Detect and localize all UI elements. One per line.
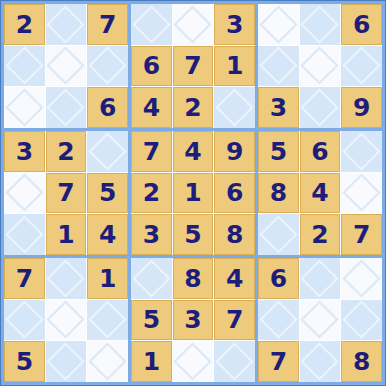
cell-r2c4: 6 <box>131 46 172 87</box>
diamond-icon <box>259 216 297 254</box>
cell-value: 7 <box>226 307 243 332</box>
diamond-icon <box>5 216 43 254</box>
cell-r5c6: 6 <box>214 173 255 214</box>
cell-value: 4 <box>99 222 116 247</box>
cell-value: 4 <box>143 95 160 120</box>
cell-r9c3[interactable] <box>87 341 128 382</box>
cell-r4c8: 6 <box>300 131 341 172</box>
diamond-icon <box>5 89 43 127</box>
diamond-icon <box>89 132 127 170</box>
cell-r3c5: 2 <box>173 87 214 128</box>
cell-r3c3: 6 <box>87 87 128 128</box>
cell-r8c4: 5 <box>131 300 172 341</box>
cell-r7c3: 1 <box>87 258 128 299</box>
cell-value: 5 <box>143 307 160 332</box>
cell-value: 2 <box>184 95 201 120</box>
diamond-icon <box>89 47 127 85</box>
cell-r1c3: 7 <box>87 4 128 45</box>
cell-r9c2[interactable] <box>46 341 87 382</box>
cell-value: 5 <box>184 222 201 247</box>
diamond-icon <box>301 89 339 127</box>
diamond-icon <box>47 343 85 381</box>
cell-value: 6 <box>311 139 328 164</box>
cell-value: 4 <box>311 180 328 205</box>
cell-r8c7[interactable] <box>258 300 299 341</box>
cell-value: 9 <box>226 139 243 164</box>
cell-r5c2: 7 <box>46 173 87 214</box>
sudoku-board: 2763671426393275147492163585684277158453… <box>0 0 386 386</box>
diamond-icon <box>343 259 381 297</box>
cell-r1c4[interactable] <box>131 4 172 45</box>
cell-r3c1[interactable] <box>4 87 45 128</box>
diamond-icon <box>132 5 170 43</box>
cell-r3c2[interactable] <box>46 87 87 128</box>
cell-value: 7 <box>353 222 370 247</box>
cell-r4c6: 9 <box>214 131 255 172</box>
cell-r3c4: 4 <box>131 87 172 128</box>
cell-r5c9[interactable] <box>341 173 382 214</box>
cell-r3c6[interactable] <box>214 87 255 128</box>
diamond-icon <box>343 174 381 212</box>
cell-value: 7 <box>184 53 201 78</box>
cell-r3c8[interactable] <box>300 87 341 128</box>
cell-r1c1: 2 <box>4 4 45 45</box>
cell-r1c2[interactable] <box>46 4 87 45</box>
diamond-icon <box>5 174 43 212</box>
cell-r9c7: 7 <box>258 341 299 382</box>
cell-r6c1[interactable] <box>4 214 45 255</box>
cell-value: 3 <box>226 12 243 37</box>
cell-r1c6: 3 <box>214 4 255 45</box>
diamond-icon <box>301 5 339 43</box>
cell-value: 5 <box>270 139 287 164</box>
cell-r5c4: 2 <box>131 173 172 214</box>
diamond-icon <box>5 301 43 339</box>
cell-value: 7 <box>143 139 160 164</box>
cell-value: 9 <box>353 95 370 120</box>
cell-r6c5: 5 <box>173 214 214 255</box>
cell-r2c8[interactable] <box>300 46 341 87</box>
diamond-icon <box>89 301 127 339</box>
cell-value: 8 <box>184 266 201 291</box>
cell-r7c6: 4 <box>214 258 255 299</box>
cell-value: 8 <box>226 222 243 247</box>
diamond-icon <box>47 259 85 297</box>
cell-value: 2 <box>143 180 160 205</box>
cell-r5c1[interactable] <box>4 173 45 214</box>
cell-r8c5: 3 <box>173 300 214 341</box>
diamond-icon <box>174 5 212 43</box>
cell-r4c7: 5 <box>258 131 299 172</box>
box-2-2: 749216358 <box>131 131 255 255</box>
cell-r7c1: 7 <box>4 258 45 299</box>
cell-r2c2[interactable] <box>46 46 87 87</box>
cell-r6c8: 2 <box>300 214 341 255</box>
cell-value: 8 <box>270 180 287 205</box>
cell-r6c2: 1 <box>46 214 87 255</box>
box-1-3: 639 <box>258 4 382 128</box>
cell-r7c7: 6 <box>258 258 299 299</box>
cell-value: 6 <box>353 12 370 37</box>
cell-value: 3 <box>143 222 160 247</box>
cell-r8c6: 7 <box>214 300 255 341</box>
diamond-icon <box>343 301 381 339</box>
cell-value: 7 <box>16 266 33 291</box>
diamond-icon <box>216 343 254 381</box>
cell-r9c4: 1 <box>131 341 172 382</box>
cell-value: 7 <box>270 349 287 374</box>
cell-r1c8[interactable] <box>300 4 341 45</box>
diamond-icon <box>47 89 85 127</box>
cell-value: 1 <box>226 53 243 78</box>
cell-r9c8[interactable] <box>300 341 341 382</box>
cell-value: 3 <box>184 307 201 332</box>
cell-r1c7[interactable] <box>258 4 299 45</box>
cell-r4c4: 7 <box>131 131 172 172</box>
diamond-icon <box>343 132 381 170</box>
cell-r6c7[interactable] <box>258 214 299 255</box>
cell-r7c5: 8 <box>173 258 214 299</box>
cell-r8c1[interactable] <box>4 300 45 341</box>
cell-r4c5: 4 <box>173 131 214 172</box>
cell-r9c5[interactable] <box>173 341 214 382</box>
box-2-3: 568427 <box>258 131 382 255</box>
cell-value: 6 <box>226 180 243 205</box>
box-3-2: 845371 <box>131 258 255 382</box>
diamond-icon <box>47 47 85 85</box>
cell-r2c7[interactable] <box>258 46 299 87</box>
cell-r8c2[interactable] <box>46 300 87 341</box>
cell-r6c3: 4 <box>87 214 128 255</box>
cell-r5c7: 8 <box>258 173 299 214</box>
cell-r7c8[interactable] <box>300 258 341 299</box>
cell-r6c4: 3 <box>131 214 172 255</box>
cell-value: 1 <box>143 349 160 374</box>
diamond-icon <box>301 301 339 339</box>
diamond-icon <box>47 5 85 43</box>
cell-r3c9: 9 <box>341 87 382 128</box>
diamond-icon <box>301 47 339 85</box>
cell-value: 6 <box>99 95 116 120</box>
cell-value: 2 <box>311 222 328 247</box>
box-3-3: 678 <box>258 258 382 382</box>
cell-r2c3[interactable] <box>87 46 128 87</box>
cell-r3c7: 3 <box>258 87 299 128</box>
box-2-1: 327514 <box>4 131 128 255</box>
cell-value: 1 <box>184 180 201 205</box>
diamond-icon <box>301 259 339 297</box>
cell-value: 1 <box>57 222 74 247</box>
cell-r1c5[interactable] <box>173 4 214 45</box>
cell-r4c9[interactable] <box>341 131 382 172</box>
cell-r7c2[interactable] <box>46 258 87 299</box>
diamond-icon <box>216 89 254 127</box>
diamond-icon <box>259 5 297 43</box>
cell-r6c9: 7 <box>341 214 382 255</box>
cell-r2c6: 1 <box>214 46 255 87</box>
cell-r2c9[interactable] <box>341 46 382 87</box>
cell-value: 4 <box>184 139 201 164</box>
box-1-2: 367142 <box>131 4 255 128</box>
cell-r7c9[interactable] <box>341 258 382 299</box>
cell-r8c9[interactable] <box>341 300 382 341</box>
cell-value: 2 <box>57 139 74 164</box>
box-1-1: 276 <box>4 4 128 128</box>
cell-r9c6[interactable] <box>214 341 255 382</box>
cell-r8c3[interactable] <box>87 300 128 341</box>
cell-r2c5: 7 <box>173 46 214 87</box>
cell-value: 2 <box>16 12 33 37</box>
cell-r9c9: 8 <box>341 341 382 382</box>
cell-value: 5 <box>99 180 116 205</box>
cell-r9c1: 5 <box>4 341 45 382</box>
cell-r4c3[interactable] <box>87 131 128 172</box>
cell-r4c2: 2 <box>46 131 87 172</box>
diamond-icon <box>301 343 339 381</box>
diamond-icon <box>259 47 297 85</box>
cell-r7c4[interactable] <box>131 258 172 299</box>
cell-r2c1[interactable] <box>4 46 45 87</box>
cell-r6c6: 8 <box>214 214 255 255</box>
cell-value: 1 <box>99 266 116 291</box>
diamond-icon <box>343 47 381 85</box>
cell-value: 6 <box>143 53 160 78</box>
cell-r8c8[interactable] <box>300 300 341 341</box>
cell-r5c8: 4 <box>300 173 341 214</box>
cell-r5c5: 1 <box>173 173 214 214</box>
cell-value: 7 <box>99 12 116 37</box>
diamond-icon <box>259 301 297 339</box>
cell-r4c1: 3 <box>4 131 45 172</box>
diamond-icon <box>47 301 85 339</box>
cell-value: 4 <box>226 266 243 291</box>
cell-value: 5 <box>16 349 33 374</box>
box-3-1: 715 <box>4 258 128 382</box>
diamond-icon <box>5 47 43 85</box>
cell-r5c3: 5 <box>87 173 128 214</box>
cell-value: 7 <box>57 180 74 205</box>
cell-value: 8 <box>353 349 370 374</box>
cell-value: 3 <box>16 139 33 164</box>
cell-value: 3 <box>270 95 287 120</box>
cell-r1c9: 6 <box>341 4 382 45</box>
cell-value: 6 <box>270 266 287 291</box>
diamond-icon <box>174 343 212 381</box>
diamond-icon <box>89 343 127 381</box>
diamond-icon <box>132 259 170 297</box>
